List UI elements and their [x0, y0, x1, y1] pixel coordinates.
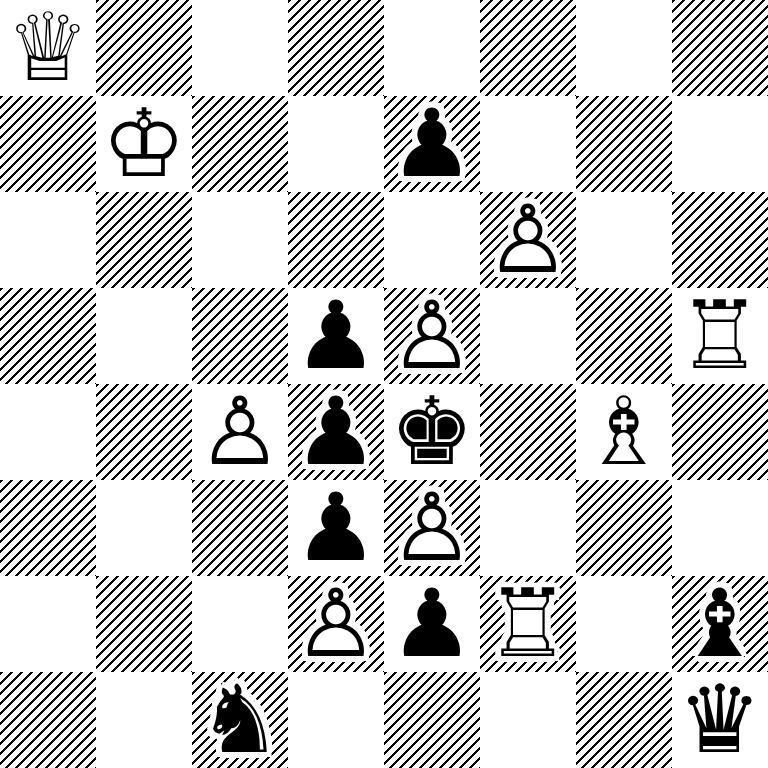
square-a1[interactable]: [0, 672, 96, 768]
piece-white-pawn[interactable]: ♟♙: [384, 480, 480, 576]
square-d3[interactable]: ♟♟: [288, 480, 384, 576]
square-d7[interactable]: [288, 96, 384, 192]
square-h7[interactable]: [672, 96, 768, 192]
piece-glyph: ♙: [198, 384, 282, 480]
piece-white-rook[interactable]: ♜♖: [672, 288, 768, 384]
piece-black-knight[interactable]: ♞♞: [192, 672, 288, 768]
piece-white-pawn[interactable]: ♟♙: [384, 288, 480, 384]
square-a7[interactable]: [0, 96, 96, 192]
square-d4[interactable]: ♟♟: [288, 384, 384, 480]
square-e1[interactable]: [384, 672, 480, 768]
piece-black-pawn[interactable]: ♟♟: [288, 384, 384, 480]
piece-black-pawn[interactable]: ♟♟: [384, 96, 480, 192]
piece-black-bishop[interactable]: ♝♝: [672, 576, 768, 672]
square-h2[interactable]: ♝♝: [672, 576, 768, 672]
square-e8[interactable]: [384, 0, 480, 96]
piece-white-queen[interactable]: ♛♕: [0, 0, 96, 96]
square-b6[interactable]: [96, 192, 192, 288]
piece-glyph: ♞: [198, 672, 282, 768]
piece-white-pawn[interactable]: ♟♙: [480, 192, 576, 288]
square-h8[interactable]: [672, 0, 768, 96]
piece-black-pawn[interactable]: ♟♟: [288, 288, 384, 384]
square-g7[interactable]: [576, 96, 672, 192]
square-f2[interactable]: ♜♖: [480, 576, 576, 672]
square-b8[interactable]: [96, 0, 192, 96]
square-g3[interactable]: [576, 480, 672, 576]
piece-glyph: ♟: [390, 96, 474, 192]
piece-glyph: ♕: [6, 0, 90, 96]
piece-glyph: ♝: [678, 576, 762, 672]
piece-glyph: ♟: [294, 480, 378, 576]
square-f3[interactable]: [480, 480, 576, 576]
piece-glyph: ♟: [390, 576, 474, 672]
piece-glyph: ♖: [486, 576, 570, 672]
square-a3[interactable]: [0, 480, 96, 576]
square-c8[interactable]: [192, 0, 288, 96]
square-h5[interactable]: ♜♖: [672, 288, 768, 384]
square-f8[interactable]: [480, 0, 576, 96]
square-h4[interactable]: [672, 384, 768, 480]
square-a4[interactable]: [0, 384, 96, 480]
piece-black-pawn[interactable]: ♟♟: [288, 480, 384, 576]
square-a5[interactable]: [0, 288, 96, 384]
square-e5[interactable]: ♟♙: [384, 288, 480, 384]
piece-glyph: ♟: [294, 288, 378, 384]
piece-glyph: ♙: [486, 192, 570, 288]
square-d8[interactable]: [288, 0, 384, 96]
square-b1[interactable]: [96, 672, 192, 768]
piece-glyph: ♟: [294, 384, 378, 480]
piece-white-pawn[interactable]: ♟♙: [192, 384, 288, 480]
piece-white-pawn[interactable]: ♟♙: [288, 576, 384, 672]
square-f4[interactable]: [480, 384, 576, 480]
chess-board: ♛♕♚♔♟♟♟♙♟♟♟♙♜♖♟♙♟♟♚♚♝♗♟♟♟♙♟♙♟♟♜♖♝♝♞♞♛♛: [0, 0, 768, 768]
piece-glyph: ♛: [678, 672, 762, 768]
square-h6[interactable]: [672, 192, 768, 288]
piece-black-pawn[interactable]: ♟♟: [384, 576, 480, 672]
square-b7[interactable]: ♚♔: [96, 96, 192, 192]
square-g8[interactable]: [576, 0, 672, 96]
piece-glyph: ♗: [582, 384, 666, 480]
piece-glyph: ♔: [102, 96, 186, 192]
square-g6[interactable]: [576, 192, 672, 288]
square-c2[interactable]: [192, 576, 288, 672]
piece-black-king[interactable]: ♚♚: [384, 384, 480, 480]
square-e2[interactable]: ♟♟: [384, 576, 480, 672]
square-e7[interactable]: ♟♟: [384, 96, 480, 192]
piece-white-bishop[interactable]: ♝♗: [576, 384, 672, 480]
square-c7[interactable]: [192, 96, 288, 192]
square-c1[interactable]: ♞♞: [192, 672, 288, 768]
piece-white-king[interactable]: ♚♔: [96, 96, 192, 192]
piece-glyph: ♙: [390, 480, 474, 576]
square-c3[interactable]: [192, 480, 288, 576]
piece-black-queen[interactable]: ♛♛: [672, 672, 768, 768]
square-c4[interactable]: ♟♙: [192, 384, 288, 480]
square-b2[interactable]: [96, 576, 192, 672]
square-h1[interactable]: ♛♛: [672, 672, 768, 768]
square-b5[interactable]: [96, 288, 192, 384]
piece-glyph: ♚: [390, 384, 474, 480]
square-h3[interactable]: [672, 480, 768, 576]
square-c6[interactable]: [192, 192, 288, 288]
square-f5[interactable]: [480, 288, 576, 384]
square-a8[interactable]: ♛♕: [0, 0, 96, 96]
piece-glyph: ♙: [294, 576, 378, 672]
square-f7[interactable]: [480, 96, 576, 192]
square-d2[interactable]: ♟♙: [288, 576, 384, 672]
square-g1[interactable]: [576, 672, 672, 768]
square-f6[interactable]: ♟♙: [480, 192, 576, 288]
square-d1[interactable]: [288, 672, 384, 768]
square-g2[interactable]: [576, 576, 672, 672]
square-g5[interactable]: [576, 288, 672, 384]
square-d6[interactable]: [288, 192, 384, 288]
piece-white-rook[interactable]: ♜♖: [480, 576, 576, 672]
square-b4[interactable]: [96, 384, 192, 480]
square-c5[interactable]: [192, 288, 288, 384]
square-g4[interactable]: ♝♗: [576, 384, 672, 480]
square-a6[interactable]: [0, 192, 96, 288]
square-b3[interactable]: [96, 480, 192, 576]
square-e4[interactable]: ♚♚: [384, 384, 480, 480]
square-d5[interactable]: ♟♟: [288, 288, 384, 384]
piece-glyph: ♙: [390, 288, 474, 384]
square-f1[interactable]: [480, 672, 576, 768]
piece-glyph: ♖: [678, 288, 762, 384]
square-a2[interactable]: [0, 576, 96, 672]
square-e3[interactable]: ♟♙: [384, 480, 480, 576]
square-e6[interactable]: [384, 192, 480, 288]
